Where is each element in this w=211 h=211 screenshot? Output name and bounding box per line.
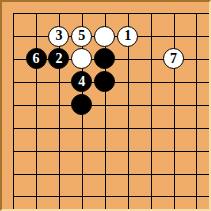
intersection [162, 70, 185, 93]
intersection [139, 93, 162, 116]
intersection [70, 48, 93, 71]
intersection-grid: 3516274 [2, 2, 208, 208]
intersection [116, 162, 139, 185]
intersection [93, 185, 116, 208]
intersection [25, 2, 48, 25]
intersection [25, 70, 48, 93]
intersection [25, 162, 48, 185]
intersection [2, 116, 25, 139]
intersection: 4 [70, 70, 93, 93]
intersection: 7 [162, 48, 185, 71]
white-stone-move-5: 5 [71, 26, 92, 47]
intersection [25, 139, 48, 162]
intersection [2, 185, 25, 208]
intersection: 6 [25, 48, 48, 71]
intersection [162, 116, 185, 139]
intersection [48, 116, 71, 139]
black-stone [94, 71, 115, 92]
intersection [93, 116, 116, 139]
intersection [25, 185, 48, 208]
intersection [2, 70, 25, 93]
white-stone-move-3: 3 [48, 26, 69, 47]
intersection [93, 162, 116, 185]
intersection [162, 25, 185, 48]
intersection [162, 93, 185, 116]
intersection [2, 139, 25, 162]
intersection [162, 2, 185, 25]
intersection [139, 25, 162, 48]
intersection [185, 25, 208, 48]
intersection [70, 162, 93, 185]
intersection [2, 162, 25, 185]
intersection [93, 25, 116, 48]
intersection [2, 48, 25, 71]
intersection [116, 2, 139, 25]
intersection [70, 2, 93, 25]
intersection [25, 116, 48, 139]
white-stone-move-1: 1 [117, 26, 138, 47]
black-stone-move-4: 4 [71, 71, 92, 92]
intersection [162, 185, 185, 208]
black-stone-move-6: 6 [26, 48, 47, 69]
intersection: 5 [70, 25, 93, 48]
black-stone [71, 94, 92, 115]
intersection [2, 2, 25, 25]
intersection [185, 2, 208, 25]
intersection [2, 25, 25, 48]
intersection [185, 139, 208, 162]
intersection [2, 93, 25, 116]
intersection [162, 139, 185, 162]
intersection [116, 48, 139, 71]
intersection [48, 70, 71, 93]
intersection [116, 70, 139, 93]
white-stone-move-7: 7 [163, 48, 184, 69]
intersection [139, 116, 162, 139]
intersection [48, 93, 71, 116]
intersection [116, 116, 139, 139]
intersection [48, 162, 71, 185]
intersection [93, 2, 116, 25]
intersection [162, 162, 185, 185]
intersection [48, 185, 71, 208]
intersection [185, 70, 208, 93]
intersection [93, 48, 116, 71]
intersection [93, 139, 116, 162]
intersection [25, 93, 48, 116]
intersection [25, 25, 48, 48]
intersection [116, 185, 139, 208]
white-stone [71, 48, 92, 69]
intersection [116, 93, 139, 116]
black-stone-move-2: 2 [48, 48, 69, 69]
intersection [185, 116, 208, 139]
intersection [70, 139, 93, 162]
black-stone [94, 48, 115, 69]
intersection: 1 [116, 25, 139, 48]
go-board: 3516274 [0, 0, 211, 211]
intersection [139, 162, 162, 185]
intersection [70, 116, 93, 139]
intersection: 2 [48, 48, 71, 71]
intersection [93, 70, 116, 93]
intersection [70, 93, 93, 116]
intersection [185, 48, 208, 71]
intersection [139, 2, 162, 25]
intersection: 3 [48, 25, 71, 48]
intersection [139, 70, 162, 93]
intersection [139, 139, 162, 162]
intersection [139, 48, 162, 71]
intersection [93, 93, 116, 116]
intersection [48, 139, 71, 162]
intersection [48, 2, 71, 25]
intersection [185, 185, 208, 208]
intersection [185, 93, 208, 116]
white-stone [94, 26, 115, 47]
intersection [116, 139, 139, 162]
intersection [70, 185, 93, 208]
intersection [139, 185, 162, 208]
intersection [185, 162, 208, 185]
